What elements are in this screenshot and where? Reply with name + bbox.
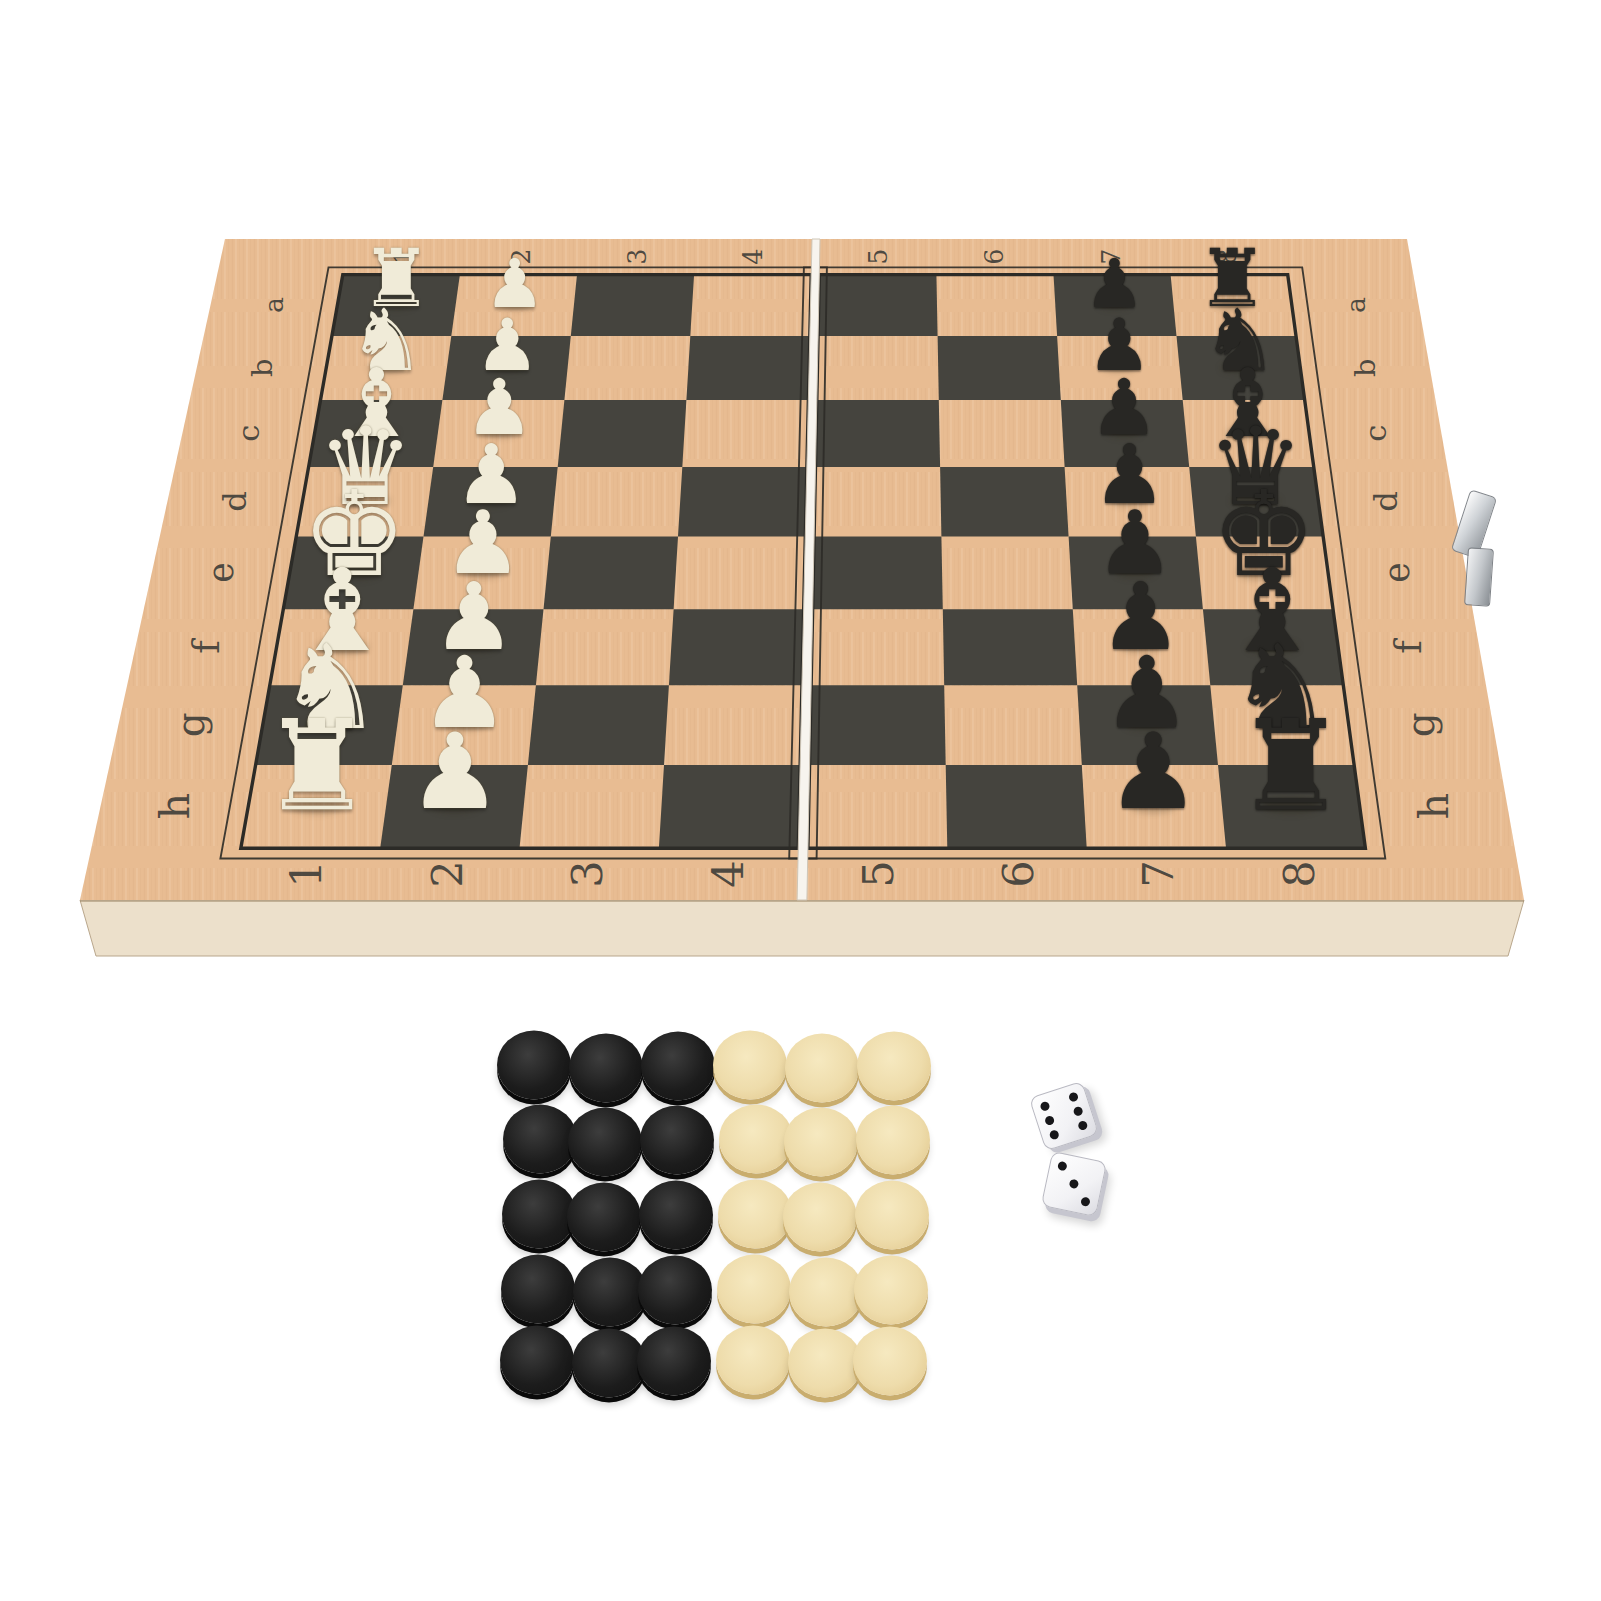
square-f4[interactable] xyxy=(669,609,804,685)
piece-black-rook-h8[interactable]: ♜ xyxy=(1235,704,1347,829)
square-a6[interactable] xyxy=(936,275,1057,337)
square-f3[interactable] xyxy=(536,609,674,685)
checker-black-5[interactable] xyxy=(568,1108,642,1177)
checker-wood-2[interactable] xyxy=(785,1034,859,1103)
file-label-left-d: d xyxy=(216,491,254,512)
checker-wood-15[interactable] xyxy=(853,1327,927,1396)
rank-label-bottom-8: 8 xyxy=(1274,860,1324,888)
rank-label-bottom-3: 3 xyxy=(562,860,612,888)
file-label-left-a: a xyxy=(258,297,289,313)
rank-label-top-3: 3 xyxy=(622,249,652,265)
piece-white-rook-h1[interactable]: ♜ xyxy=(261,704,373,829)
checker-wood-4[interactable] xyxy=(719,1105,793,1174)
piece-black-pawn-h7[interactable]: ♟ xyxy=(1106,720,1200,825)
checker-black-6[interactable] xyxy=(640,1106,714,1175)
square-e4[interactable] xyxy=(674,537,806,610)
checker-black-7[interactable] xyxy=(502,1180,576,1249)
square-g3[interactable] xyxy=(528,685,669,765)
square-b3[interactable] xyxy=(564,336,690,400)
die-pip xyxy=(1069,1179,1080,1190)
latch-clasp-icon[interactable] xyxy=(1452,492,1498,622)
checker-black-15[interactable] xyxy=(637,1327,711,1396)
square-e5[interactable] xyxy=(813,537,943,610)
die-2-showing-3[interactable] xyxy=(1041,1151,1107,1217)
checker-black-9[interactable] xyxy=(639,1181,713,1250)
square-h6[interactable] xyxy=(946,765,1087,848)
rank-label-top-4: 4 xyxy=(738,249,768,265)
file-label-left-e: e xyxy=(201,562,241,582)
square-d3[interactable] xyxy=(551,467,683,537)
checker-wood-14[interactable] xyxy=(788,1329,862,1398)
square-d4[interactable] xyxy=(678,467,807,537)
checker-black-3[interactable] xyxy=(641,1032,715,1101)
checker-black-8[interactable] xyxy=(567,1183,641,1252)
checker-wood-8[interactable] xyxy=(783,1183,857,1252)
checker-wood-12[interactable] xyxy=(854,1256,928,1325)
file-label-right-e: e xyxy=(1377,562,1417,582)
die-pip xyxy=(1057,1161,1068,1172)
checker-wood-11[interactable] xyxy=(789,1258,863,1327)
piece-white-pawn-h2[interactable]: ♟ xyxy=(408,720,502,825)
die-pip xyxy=(1080,1196,1091,1207)
checker-black-14[interactable] xyxy=(572,1329,646,1398)
square-g4[interactable] xyxy=(664,685,802,765)
square-b4[interactable] xyxy=(686,336,809,400)
rank-label-bottom-6: 6 xyxy=(993,860,1043,888)
checker-black-2[interactable] xyxy=(569,1034,643,1103)
rank-label-bottom-2: 2 xyxy=(422,860,472,888)
square-g6[interactable] xyxy=(944,685,1082,765)
checker-wood-5[interactable] xyxy=(784,1108,858,1177)
die-pip xyxy=(1073,1106,1085,1118)
rank-label-bottom-5: 5 xyxy=(853,860,903,888)
checker-black-10[interactable] xyxy=(501,1255,575,1324)
rank-label-top-5: 5 xyxy=(863,249,893,265)
file-label-left-c: c xyxy=(231,425,266,442)
clasp-catch xyxy=(1464,547,1494,607)
square-c3[interactable] xyxy=(558,400,687,467)
square-f6[interactable] xyxy=(943,609,1077,685)
checker-wood-3[interactable] xyxy=(857,1032,931,1101)
die-pip xyxy=(1068,1091,1080,1103)
checker-black-1[interactable] xyxy=(497,1031,571,1100)
checker-black-12[interactable] xyxy=(638,1256,712,1325)
square-a4[interactable] xyxy=(690,275,811,337)
square-c5[interactable] xyxy=(816,400,941,467)
board-side-edge xyxy=(80,900,1524,956)
checker-black-4[interactable] xyxy=(503,1105,577,1174)
file-label-left-h: h xyxy=(151,793,199,820)
square-d5[interactable] xyxy=(814,467,941,537)
rank-label-top-6: 6 xyxy=(979,249,1009,265)
square-f5[interactable] xyxy=(811,609,944,685)
rank-label-bottom-7: 7 xyxy=(1133,860,1183,888)
square-c6[interactable] xyxy=(939,400,1065,467)
die-pip xyxy=(1039,1101,1051,1113)
file-label-right-a: a xyxy=(1340,297,1371,313)
product-photo-scene: 1122334455667788aabbccddeeffgghh ♜♞♝♛♚♝♞… xyxy=(0,0,1601,1601)
die-pip xyxy=(1049,1129,1061,1141)
square-d6[interactable] xyxy=(940,467,1069,537)
square-h4[interactable] xyxy=(659,765,800,848)
file-label-right-b: b xyxy=(1348,359,1382,377)
square-a5[interactable] xyxy=(818,275,938,337)
file-label-right-d: d xyxy=(1367,491,1405,512)
square-b5[interactable] xyxy=(817,336,939,400)
checker-wood-7[interactable] xyxy=(718,1180,792,1249)
square-e3[interactable] xyxy=(544,537,679,610)
checker-wood-6[interactable] xyxy=(856,1106,930,1175)
die-pip xyxy=(1077,1120,1089,1132)
checker-wood-9[interactable] xyxy=(855,1181,929,1250)
checker-wood-13[interactable] xyxy=(716,1326,790,1395)
rank-label-bottom-4: 4 xyxy=(703,860,753,888)
square-b6[interactable] xyxy=(938,336,1061,400)
file-label-left-g: g xyxy=(168,712,213,737)
file-label-right-h: h xyxy=(1410,793,1458,820)
square-g5[interactable] xyxy=(810,685,946,765)
square-e6[interactable] xyxy=(941,537,1072,610)
file-label-right-g: g xyxy=(1398,712,1443,737)
square-h5[interactable] xyxy=(808,765,947,848)
checker-black-11[interactable] xyxy=(573,1258,647,1327)
checker-black-13[interactable] xyxy=(500,1326,574,1395)
die-pip xyxy=(1044,1115,1056,1127)
square-c4[interactable] xyxy=(682,400,808,467)
file-label-right-c: c xyxy=(1358,425,1393,442)
file-label-left-b: b xyxy=(245,359,279,377)
checker-wood-1[interactable] xyxy=(713,1031,787,1100)
square-h3[interactable] xyxy=(520,765,665,848)
square-a3[interactable] xyxy=(571,275,694,337)
rank-label-bottom-1: 1 xyxy=(281,860,331,888)
checker-wood-10[interactable] xyxy=(717,1255,791,1324)
